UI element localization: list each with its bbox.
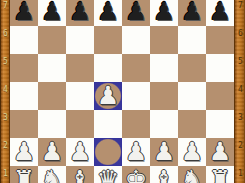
square-b4[interactable] [38,82,66,110]
rank-label-5: 5 [1,57,10,67]
square-e1[interactable]: ♚ [122,166,150,183]
black-pawn: ♟ [206,0,234,26]
black-pawn: ♟ [122,0,150,26]
black-pawn: ♟ [178,0,206,26]
white-pawn: ♟ [66,138,94,166]
black-pawn: ♟ [94,0,122,26]
square-a6[interactable] [10,26,38,54]
rank-label-6: 6 [236,29,245,39]
square-b5[interactable] [38,54,66,82]
square-c6[interactable] [66,26,94,54]
square-d2[interactable] [94,138,122,166]
white-pawn: ♟ [10,138,38,166]
square-a3[interactable] [10,110,38,138]
white-knight: ♞ [178,166,206,183]
square-d1[interactable]: ♛ [94,166,122,183]
rank-label-7: 7 [1,1,10,11]
square-c1[interactable]: ♝ [66,166,94,183]
square-h2[interactable]: ♟ [206,138,234,166]
square-d6[interactable] [94,26,122,54]
square-a5[interactable] [10,54,38,82]
square-d4[interactable]: ♟ [94,82,122,110]
square-g1[interactable]: ♞ [178,166,206,183]
rank-label-2: 2 [1,141,10,151]
square-c7[interactable]: ♟ [66,0,94,26]
rank-label-1: 1 [236,169,245,179]
white-queen: ♛ [94,166,122,183]
square-h4[interactable] [206,82,234,110]
white-bishop: ♝ [66,166,94,183]
square-b1[interactable]: ♞ [38,166,66,183]
black-pawn: ♟ [66,0,94,26]
square-h3[interactable] [206,110,234,138]
square-c5[interactable] [66,54,94,82]
black-pawn: ♟ [10,0,38,26]
black-pawn: ♟ [150,0,178,26]
white-pawn: ♟ [178,138,206,166]
square-a2[interactable]: ♟ [10,138,38,166]
square-g4[interactable] [178,82,206,110]
white-pawn: ♟ [38,138,66,166]
white-pawn: ♟ [94,82,122,110]
square-h5[interactable] [206,54,234,82]
square-f3[interactable] [150,110,178,138]
white-pawn: ♟ [150,138,178,166]
rank-label-3: 3 [1,113,10,123]
square-a4[interactable] [10,82,38,110]
square-g6[interactable] [178,26,206,54]
white-king: ♚ [122,166,150,183]
chess-app-window: 7654321 7654321 ♜♞♝♛♚♝♞♜♟♟♟♟♟♟♟♟♟♟♟♟♟♟♟♟… [0,0,245,183]
square-e4[interactable] [122,82,150,110]
white-bishop: ♝ [150,166,178,183]
square-e3[interactable] [122,110,150,138]
square-e5[interactable] [122,54,150,82]
square-f2[interactable]: ♟ [150,138,178,166]
white-pawn: ♟ [122,138,150,166]
rank-label-6: 6 [1,29,10,39]
rank-label-4: 4 [1,85,10,95]
board-frame-left: 7654321 [0,0,10,183]
rank-label-2: 2 [236,141,245,151]
square-b6[interactable] [38,26,66,54]
square-f4[interactable] [150,82,178,110]
square-e7[interactable]: ♟ [122,0,150,26]
square-g7[interactable]: ♟ [178,0,206,26]
square-f5[interactable] [150,54,178,82]
square-g2[interactable]: ♟ [178,138,206,166]
white-rook: ♜ [10,166,38,183]
square-d3[interactable] [94,110,122,138]
white-rook: ♜ [206,166,234,183]
square-h1[interactable]: ♜ [206,166,234,183]
square-d5[interactable] [94,54,122,82]
square-a1[interactable]: ♜ [10,166,38,183]
square-c3[interactable] [66,110,94,138]
rank-label-5: 5 [236,57,245,67]
square-g3[interactable] [178,110,206,138]
board-frame-right: 7654321 [234,0,245,183]
square-e6[interactable] [122,26,150,54]
white-knight: ♞ [38,166,66,183]
square-f7[interactable]: ♟ [150,0,178,26]
square-b2[interactable]: ♟ [38,138,66,166]
rank-label-1: 1 [1,169,10,179]
square-d7[interactable]: ♟ [94,0,122,26]
square-h7[interactable]: ♟ [206,0,234,26]
rank-label-3: 3 [236,113,245,123]
black-pawn: ♟ [38,0,66,26]
rank-label-7: 7 [236,1,245,11]
white-pawn: ♟ [206,138,234,166]
square-e2[interactable]: ♟ [122,138,150,166]
square-b7[interactable]: ♟ [38,0,66,26]
square-a7[interactable]: ♟ [10,0,38,26]
square-b3[interactable] [38,110,66,138]
square-g5[interactable] [178,54,206,82]
square-f6[interactable] [150,26,178,54]
square-f1[interactable]: ♝ [150,166,178,183]
chess-board: ♜♞♝♛♚♝♞♜♟♟♟♟♟♟♟♟♟♟♟♟♟♟♟♟♜♞♝♛♚♝♞♜ [10,0,234,183]
square-c4[interactable] [66,82,94,110]
square-c2[interactable]: ♟ [66,138,94,166]
square-h6[interactable] [206,26,234,54]
rank-label-4: 4 [236,85,245,95]
